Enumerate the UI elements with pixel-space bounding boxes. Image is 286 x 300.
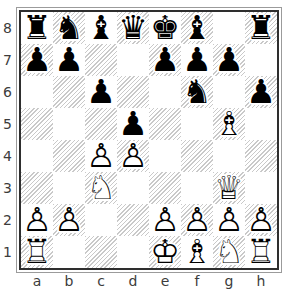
square-c1[interactable] — [85, 236, 117, 268]
square-b5[interactable] — [53, 108, 85, 140]
file-labels: abcdefgh — [21, 272, 277, 290]
square-b4[interactable] — [53, 140, 85, 172]
square-h8[interactable]: ♜ — [245, 12, 277, 44]
square-b1[interactable] — [53, 236, 85, 268]
square-a6[interactable] — [21, 76, 53, 108]
file-label-f: f — [181, 272, 213, 290]
piece-white-knight: ♘ — [85, 172, 117, 204]
piece-black-knight: ♞ — [181, 76, 213, 108]
square-e1[interactable]: ♔ — [149, 236, 181, 268]
square-d7[interactable] — [117, 44, 149, 76]
square-h5[interactable] — [245, 108, 277, 140]
piece-white-pawn: ♙ — [117, 140, 149, 172]
rank-label-4: 4 — [0, 140, 15, 172]
square-a7[interactable]: ♟ — [21, 44, 53, 76]
rank-label-3: 3 — [0, 172, 15, 204]
square-b7[interactable]: ♟ — [53, 44, 85, 76]
piece-black-pawn: ♟ — [85, 76, 117, 108]
chess-diagram: 87654321 ♜♞♝♛♚♝♜♟♟♟♟♟♟♞♟♟♗♙♙♘♕♙♙♙♙♙♙♖♔♗♘… — [0, 0, 286, 300]
piece-white-knight: ♘ — [213, 236, 245, 268]
square-c2[interactable] — [85, 204, 117, 236]
board-inner-border: ♜♞♝♛♚♝♜♟♟♟♟♟♟♞♟♟♗♙♙♘♕♙♙♙♙♙♙♖♔♗♘♖ — [19, 10, 279, 270]
file-label-d: d — [117, 272, 149, 290]
chessboard: ♜♞♝♛♚♝♜♟♟♟♟♟♟♞♟♟♗♙♙♘♕♙♙♙♙♙♙♖♔♗♘♖ — [21, 12, 277, 268]
file-label-c: c — [85, 272, 117, 290]
piece-white-bishop: ♗ — [181, 236, 213, 268]
square-a5[interactable] — [21, 108, 53, 140]
rank-label-2: 2 — [0, 204, 15, 236]
square-b2[interactable]: ♙ — [53, 204, 85, 236]
square-c3[interactable]: ♘ — [85, 172, 117, 204]
square-d8[interactable]: ♛ — [117, 12, 149, 44]
file-label-h: h — [245, 272, 277, 290]
square-c8[interactable]: ♝ — [85, 12, 117, 44]
piece-black-pawn: ♟ — [53, 44, 85, 76]
square-f4[interactable] — [181, 140, 213, 172]
square-e5[interactable] — [149, 108, 181, 140]
piece-black-pawn: ♟ — [245, 76, 277, 108]
square-b6[interactable] — [53, 76, 85, 108]
square-g1[interactable]: ♘ — [213, 236, 245, 268]
square-f5[interactable] — [181, 108, 213, 140]
piece-white-rook: ♖ — [245, 236, 277, 268]
square-d1[interactable] — [117, 236, 149, 268]
rank-label-6: 6 — [0, 76, 15, 108]
rank-labels: 87654321 — [0, 12, 15, 268]
square-e7[interactable]: ♟ — [149, 44, 181, 76]
square-c6[interactable]: ♟ — [85, 76, 117, 108]
square-h4[interactable] — [245, 140, 277, 172]
square-h6[interactable]: ♟ — [245, 76, 277, 108]
piece-black-pawn: ♟ — [149, 44, 181, 76]
square-g5[interactable]: ♗ — [213, 108, 245, 140]
square-f6[interactable]: ♞ — [181, 76, 213, 108]
square-a4[interactable] — [21, 140, 53, 172]
square-a1[interactable]: ♖ — [21, 236, 53, 268]
piece-black-pawn: ♟ — [21, 44, 53, 76]
square-e4[interactable] — [149, 140, 181, 172]
piece-black-pawn: ♟ — [213, 44, 245, 76]
square-d2[interactable] — [117, 204, 149, 236]
file-label-b: b — [53, 272, 85, 290]
square-d3[interactable] — [117, 172, 149, 204]
rank-label-1: 1 — [0, 236, 15, 268]
piece-white-rook: ♖ — [21, 236, 53, 268]
board-frame: ♜♞♝♛♚♝♜♟♟♟♟♟♟♞♟♟♗♙♙♘♕♙♙♙♙♙♙♖♔♗♘♖ — [16, 7, 282, 273]
piece-white-pawn: ♙ — [53, 204, 85, 236]
piece-black-queen: ♛ — [117, 12, 149, 44]
rank-label-7: 7 — [0, 44, 15, 76]
piece-black-bishop: ♝ — [85, 12, 117, 44]
file-label-a: a — [21, 272, 53, 290]
file-label-g: g — [213, 272, 245, 290]
square-f1[interactable]: ♗ — [181, 236, 213, 268]
piece-black-rook: ♜ — [245, 12, 277, 44]
piece-white-bishop: ♗ — [213, 108, 245, 140]
square-g7[interactable]: ♟ — [213, 44, 245, 76]
square-h1[interactable]: ♖ — [245, 236, 277, 268]
rank-label-8: 8 — [0, 12, 15, 44]
square-e6[interactable] — [149, 76, 181, 108]
square-d4[interactable]: ♙ — [117, 140, 149, 172]
piece-white-king: ♔ — [149, 236, 181, 268]
file-label-e: e — [149, 272, 181, 290]
rank-label-5: 5 — [0, 108, 15, 140]
